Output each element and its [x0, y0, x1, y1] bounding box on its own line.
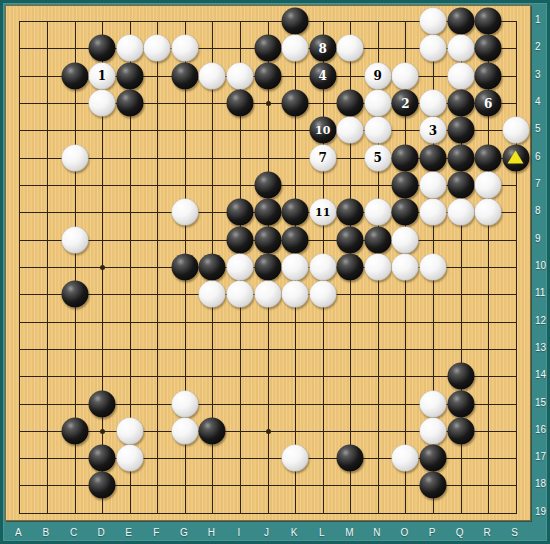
stone-white-E16[interactable]	[116, 417, 143, 444]
stone-white-E17[interactable]	[116, 445, 143, 472]
row-label-11: 11	[535, 288, 545, 298]
column-label-G: G	[180, 528, 188, 538]
stone-black-Q5[interactable]	[447, 117, 474, 144]
column-label-D: D	[97, 528, 104, 538]
stone-black-L3[interactable]: 4	[309, 62, 336, 89]
stone-white-K10[interactable]	[282, 253, 309, 280]
stone-black-C11[interactable]	[61, 281, 88, 308]
stone-white-N3[interactable]: 9	[364, 62, 391, 89]
stone-white-P4[interactable]	[420, 90, 447, 117]
column-label-Q: Q	[456, 528, 464, 538]
row-label-8: 8	[535, 206, 541, 216]
row-label-19: 19	[535, 507, 546, 517]
stone-black-H16[interactable]	[199, 417, 226, 444]
star-point	[266, 101, 271, 106]
row-label-18: 18	[535, 479, 546, 489]
stone-white-L6[interactable]: 7	[309, 144, 336, 171]
stone-white-P16[interactable]	[420, 417, 447, 444]
stone-black-C3[interactable]	[61, 62, 88, 89]
stone-black-K4[interactable]	[282, 90, 309, 117]
row-label-16: 16	[535, 425, 546, 435]
stone-black-P18[interactable]	[420, 472, 447, 499]
stone-white-J11[interactable]	[254, 281, 281, 308]
move-number-label: 1	[98, 70, 106, 82]
row-label-1: 1	[535, 15, 541, 25]
stone-white-G8[interactable]	[171, 199, 198, 226]
column-label-B: B	[43, 528, 50, 538]
column-label-E: E	[125, 528, 132, 538]
stone-white-K11[interactable]	[282, 281, 309, 308]
row-label-15: 15	[535, 398, 546, 408]
stone-white-P2[interactable]	[420, 35, 447, 62]
stone-black-R2[interactable]	[475, 35, 502, 62]
stone-white-C9[interactable]	[61, 226, 88, 253]
row-label-12: 12	[535, 316, 546, 326]
row-label-10: 10	[535, 261, 546, 271]
stone-black-I4[interactable]	[226, 90, 253, 117]
star-point	[266, 429, 271, 434]
stone-white-K17[interactable]	[282, 445, 309, 472]
move-number-label: 3	[429, 124, 437, 136]
stone-black-P6[interactable]	[420, 144, 447, 171]
stone-white-N10[interactable]	[364, 253, 391, 280]
stone-black-J10[interactable]	[254, 253, 281, 280]
stone-black-M4[interactable]	[337, 90, 364, 117]
grid-line-horizontal	[19, 349, 516, 350]
column-label-O: O	[401, 528, 409, 538]
stone-white-D4[interactable]	[89, 90, 116, 117]
stone-black-E4[interactable]	[116, 90, 143, 117]
stone-white-Q8[interactable]	[447, 199, 474, 226]
stone-white-P1[interactable]	[420, 8, 447, 35]
stone-black-L5[interactable]: 10	[309, 117, 336, 144]
move-number-label: 6	[484, 97, 492, 109]
stone-white-P5[interactable]: 3	[420, 117, 447, 144]
stone-white-M2[interactable]	[337, 35, 364, 62]
stone-black-J9[interactable]	[254, 226, 281, 253]
row-label-6: 6	[535, 152, 541, 162]
row-label-17: 17	[535, 452, 546, 462]
stone-white-L11[interactable]	[309, 281, 336, 308]
goban[interactable]: 8149261037511	[5, 5, 531, 521]
stone-black-R3[interactable]	[475, 62, 502, 89]
column-label-H: H	[208, 528, 215, 538]
move-number-label: 10	[315, 125, 330, 136]
column-label-C: C	[70, 528, 77, 538]
stone-white-N6[interactable]: 5	[364, 144, 391, 171]
stone-black-K9[interactable]	[282, 226, 309, 253]
stone-white-R7[interactable]	[475, 171, 502, 198]
stone-white-L10[interactable]	[309, 253, 336, 280]
stone-black-K1[interactable]	[282, 8, 309, 35]
stone-white-Q2[interactable]	[447, 35, 474, 62]
stone-black-O7[interactable]	[392, 171, 419, 198]
stone-white-F2[interactable]	[144, 35, 171, 62]
move-number-label: 5	[374, 152, 382, 164]
stone-white-M5[interactable]	[337, 117, 364, 144]
column-label-R: R	[484, 528, 491, 538]
stone-black-N9[interactable]	[364, 226, 391, 253]
stone-white-I11[interactable]	[226, 281, 253, 308]
stone-black-Q15[interactable]	[447, 390, 474, 417]
row-label-7: 7	[535, 179, 541, 189]
stone-black-D17[interactable]	[89, 445, 116, 472]
stone-black-O4[interactable]: 2	[392, 90, 419, 117]
stone-white-R8[interactable]	[475, 199, 502, 226]
column-label-M: M	[345, 528, 353, 538]
stone-black-S6[interactable]	[502, 144, 529, 171]
stone-white-O10[interactable]	[392, 253, 419, 280]
stone-black-J7[interactable]	[254, 171, 281, 198]
stone-black-Q16[interactable]	[447, 417, 474, 444]
stone-white-P7[interactable]	[420, 171, 447, 198]
stone-black-M10[interactable]	[337, 253, 364, 280]
move-number-label: 11	[315, 207, 330, 218]
go-diagram-screen: 8149261037511 ABCDEFGHIJKLMNOPQRS1234567…	[0, 0, 550, 544]
stone-black-P17[interactable]	[420, 445, 447, 472]
column-label-P: P	[429, 528, 436, 538]
stone-white-I10[interactable]	[226, 253, 253, 280]
stone-black-E3[interactable]	[116, 62, 143, 89]
stone-black-Q4[interactable]	[447, 90, 474, 117]
stone-white-D3[interactable]: 1	[89, 62, 116, 89]
stone-white-O9[interactable]	[392, 226, 419, 253]
move-number-label: 9	[374, 70, 382, 82]
star-point	[100, 265, 105, 270]
stone-black-D18[interactable]	[89, 472, 116, 499]
stone-black-M8[interactable]	[337, 199, 364, 226]
stone-white-G16[interactable]	[171, 417, 198, 444]
column-label-J: J	[264, 528, 269, 538]
stone-white-N5[interactable]	[364, 117, 391, 144]
grid-line-vertical	[516, 21, 517, 514]
column-label-K: K	[291, 528, 298, 538]
row-label-2: 2	[535, 42, 541, 52]
stone-black-Q6[interactable]	[447, 144, 474, 171]
stone-black-O6[interactable]	[392, 144, 419, 171]
stone-white-C6[interactable]	[61, 144, 88, 171]
stone-white-G15[interactable]	[171, 390, 198, 417]
row-label-5: 5	[535, 124, 541, 134]
stone-black-H10[interactable]	[199, 253, 226, 280]
stone-white-O3[interactable]	[392, 62, 419, 89]
stone-black-I8[interactable]	[226, 199, 253, 226]
stone-white-E2[interactable]	[116, 35, 143, 62]
column-label-F: F	[153, 528, 159, 538]
grid-line-horizontal	[19, 322, 516, 323]
stone-black-R4[interactable]: 6	[475, 90, 502, 117]
stone-white-H3[interactable]	[199, 62, 226, 89]
stone-white-N8[interactable]	[364, 199, 391, 226]
stone-black-L2[interactable]: 8	[309, 35, 336, 62]
stone-white-K2[interactable]	[282, 35, 309, 62]
stone-black-R1[interactable]	[475, 8, 502, 35]
stone-black-M17[interactable]	[337, 445, 364, 472]
stone-white-P8[interactable]	[420, 199, 447, 226]
column-label-I: I	[238, 528, 241, 538]
stone-black-I9[interactable]	[226, 226, 253, 253]
stone-black-C16[interactable]	[61, 417, 88, 444]
stone-black-D15[interactable]	[89, 390, 116, 417]
stone-white-O17[interactable]	[392, 445, 419, 472]
stone-white-S5[interactable]	[502, 117, 529, 144]
triangle-marker	[508, 150, 524, 163]
row-label-14: 14	[535, 370, 546, 380]
row-label-9: 9	[535, 234, 541, 244]
stone-black-D2[interactable]	[89, 35, 116, 62]
column-label-L: L	[319, 528, 325, 538]
row-label-4: 4	[535, 97, 541, 107]
stone-black-M9[interactable]	[337, 226, 364, 253]
stone-white-N4[interactable]	[364, 90, 391, 117]
stone-black-R6[interactable]	[475, 144, 502, 171]
stone-white-P15[interactable]	[420, 390, 447, 417]
stone-white-P10[interactable]	[420, 253, 447, 280]
column-label-N: N	[373, 528, 380, 538]
move-number-label: 7	[319, 152, 327, 164]
stone-black-O8[interactable]	[392, 199, 419, 226]
stone-black-K8[interactable]	[282, 199, 309, 226]
stone-black-J8[interactable]	[254, 199, 281, 226]
move-number-label: 8	[319, 42, 327, 54]
grid-line-horizontal	[19, 376, 516, 377]
column-label-S: S	[511, 528, 518, 538]
stone-white-G2[interactable]	[171, 35, 198, 62]
grid-line-horizontal	[19, 513, 516, 514]
stone-black-Q1[interactable]	[447, 8, 474, 35]
row-label-13: 13	[535, 343, 546, 353]
row-label-3: 3	[535, 70, 541, 80]
stone-white-I3[interactable]	[226, 62, 253, 89]
stone-black-Q14[interactable]	[447, 363, 474, 390]
stone-black-Q7[interactable]	[447, 171, 474, 198]
stone-black-G10[interactable]	[171, 253, 198, 280]
stone-white-L8[interactable]: 11	[309, 199, 336, 226]
column-label-A: A	[15, 528, 22, 538]
stone-white-Q3[interactable]	[447, 62, 474, 89]
move-number-label: 2	[401, 97, 409, 109]
star-point	[100, 429, 105, 434]
stone-white-H11[interactable]	[199, 281, 226, 308]
stone-black-J3[interactable]	[254, 62, 281, 89]
move-number-label: 4	[319, 70, 327, 82]
stone-black-J2[interactable]	[254, 35, 281, 62]
stone-black-G3[interactable]	[171, 62, 198, 89]
